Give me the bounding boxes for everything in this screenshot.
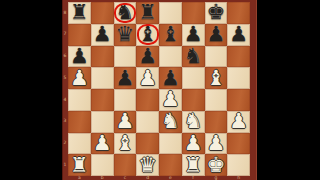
square-d4[interactable]	[136, 89, 159, 111]
black-knight[interactable]: ♞	[115, 2, 134, 23]
black-knight[interactable]: ♞	[184, 45, 203, 66]
black-pawn[interactable]: ♟	[184, 24, 203, 45]
square-h1[interactable]	[227, 154, 250, 176]
square-f1[interactable]: ♜	[182, 154, 205, 176]
square-h5[interactable]	[227, 67, 250, 89]
square-f2[interactable]: ♟	[182, 133, 205, 155]
black-queen[interactable]: ♛	[115, 24, 134, 45]
square-a5[interactable]: ♟	[68, 67, 91, 89]
square-g7[interactable]: ♟	[205, 24, 228, 46]
square-b4[interactable]	[91, 89, 114, 111]
square-a2[interactable]	[68, 133, 91, 155]
white-pawn[interactable]: ♟	[93, 132, 112, 153]
square-f5[interactable]	[182, 67, 205, 89]
white-rook[interactable]: ♜	[70, 154, 89, 175]
square-h8[interactable]	[227, 2, 250, 24]
chess-app-canvas: 87654321 abcdefgh ♜♞♜♚♟♛♝♝♟♟♟♟♟♞♟♟♟♟♝♟♟♞…	[0, 0, 320, 180]
white-pawn[interactable]: ♟	[206, 132, 225, 153]
square-c5[interactable]: ♟	[114, 67, 137, 89]
square-f8[interactable]	[182, 2, 205, 24]
black-bishop[interactable]: ♝	[161, 24, 180, 45]
square-a3[interactable]	[68, 111, 91, 133]
black-pawn[interactable]: ♟	[161, 67, 180, 88]
file-label-d: d	[136, 176, 159, 180]
square-f6[interactable]: ♞	[182, 46, 205, 68]
square-b5[interactable]	[91, 67, 114, 89]
square-e2[interactable]	[159, 133, 182, 155]
square-e3[interactable]: ♞	[159, 111, 182, 133]
square-h4[interactable]	[227, 89, 250, 111]
square-g1[interactable]: ♚	[205, 154, 228, 176]
square-g2[interactable]: ♟	[205, 133, 228, 155]
white-queen[interactable]: ♛	[138, 154, 157, 175]
white-knight[interactable]: ♞	[161, 111, 180, 132]
square-g8[interactable]: ♚	[205, 2, 228, 24]
black-pawn[interactable]: ♟	[229, 24, 248, 45]
square-c3[interactable]: ♟	[114, 111, 137, 133]
square-h6[interactable]	[227, 46, 250, 68]
square-g4[interactable]	[205, 89, 228, 111]
square-e7[interactable]: ♝	[159, 24, 182, 46]
square-h3[interactable]: ♟	[227, 111, 250, 133]
square-a7[interactable]	[68, 24, 91, 46]
square-e6[interactable]	[159, 46, 182, 68]
square-h2[interactable]	[227, 133, 250, 155]
white-king[interactable]: ♚	[206, 154, 225, 175]
square-c7[interactable]: ♛	[114, 24, 137, 46]
white-bishop[interactable]: ♝	[206, 67, 225, 88]
black-pawn[interactable]: ♟	[93, 24, 112, 45]
black-king[interactable]: ♚	[206, 2, 225, 23]
square-d1[interactable]: ♛	[136, 154, 159, 176]
file-label-h: h	[227, 176, 250, 180]
square-h7[interactable]: ♟	[227, 24, 250, 46]
square-a1[interactable]: ♜	[68, 154, 91, 176]
black-rook[interactable]: ♜	[70, 2, 89, 23]
black-bishop[interactable]: ♝	[138, 24, 157, 45]
square-b1[interactable]	[91, 154, 114, 176]
file-label-f: f	[182, 176, 205, 180]
file-label-g: g	[205, 176, 228, 180]
white-rook[interactable]: ♜	[184, 154, 203, 175]
chess-board: ♜♞♜♚♟♛♝♝♟♟♟♟♟♞♟♟♟♟♝♟♟♞♞♟♟♝♟♟♜♛♜♚	[68, 2, 250, 176]
square-g5[interactable]: ♝	[205, 67, 228, 89]
square-b6[interactable]	[91, 46, 114, 68]
square-f7[interactable]: ♟	[182, 24, 205, 46]
white-pawn[interactable]: ♟	[161, 89, 180, 110]
square-a6[interactable]: ♟	[68, 46, 91, 68]
square-c8[interactable]: ♞	[114, 2, 137, 24]
file-label-a: a	[68, 176, 91, 180]
square-c4[interactable]	[114, 89, 137, 111]
square-a8[interactable]: ♜	[68, 2, 91, 24]
white-pawn[interactable]: ♟	[115, 111, 134, 132]
square-b8[interactable]	[91, 2, 114, 24]
square-a4[interactable]	[68, 89, 91, 111]
square-d5[interactable]: ♟	[136, 67, 159, 89]
square-c1[interactable]	[114, 154, 137, 176]
chess-board-frame: 87654321 abcdefgh ♜♞♜♚♟♛♝♝♟♟♟♟♟♞♟♟♟♟♝♟♟♞…	[62, 0, 257, 180]
square-g3[interactable]	[205, 111, 228, 133]
square-c6[interactable]	[114, 46, 137, 68]
square-f3[interactable]: ♞	[182, 111, 205, 133]
file-label-e: e	[159, 176, 182, 180]
black-pawn[interactable]: ♟	[206, 24, 225, 45]
square-g6[interactable]	[205, 46, 228, 68]
square-d2[interactable]	[136, 133, 159, 155]
white-pawn[interactable]: ♟	[138, 67, 157, 88]
square-c2[interactable]: ♝	[114, 133, 137, 155]
black-pawn[interactable]: ♟	[70, 45, 89, 66]
white-pawn[interactable]: ♟	[184, 132, 203, 153]
square-b7[interactable]: ♟	[91, 24, 114, 46]
square-e4[interactable]: ♟	[159, 89, 182, 111]
white-bishop[interactable]: ♝	[115, 132, 134, 153]
white-pawn[interactable]: ♟	[229, 111, 248, 132]
square-e5[interactable]: ♟	[159, 67, 182, 89]
square-d7[interactable]: ♝	[136, 24, 159, 46]
black-pawn[interactable]: ♟	[115, 67, 134, 88]
square-e1[interactable]	[159, 154, 182, 176]
white-knight[interactable]: ♞	[184, 111, 203, 132]
file-label-b: b	[91, 176, 114, 180]
white-pawn[interactable]: ♟	[70, 67, 89, 88]
square-e8[interactable]	[159, 2, 182, 24]
square-d3[interactable]	[136, 111, 159, 133]
file-label-c: c	[114, 176, 137, 180]
black-rook[interactable]: ♜	[138, 2, 157, 23]
square-b2[interactable]: ♟	[91, 133, 114, 155]
square-d8[interactable]: ♜	[136, 2, 159, 24]
square-f4[interactable]	[182, 89, 205, 111]
file-labels: abcdefgh	[68, 176, 250, 180]
square-d6[interactable]: ♟	[136, 46, 159, 68]
square-b3[interactable]	[91, 111, 114, 133]
black-pawn[interactable]: ♟	[138, 45, 157, 66]
